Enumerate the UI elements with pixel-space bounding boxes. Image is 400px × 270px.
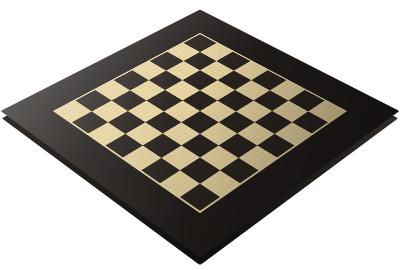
- product-photo: [0, 0, 400, 270]
- chess-board: [1, 9, 400, 257]
